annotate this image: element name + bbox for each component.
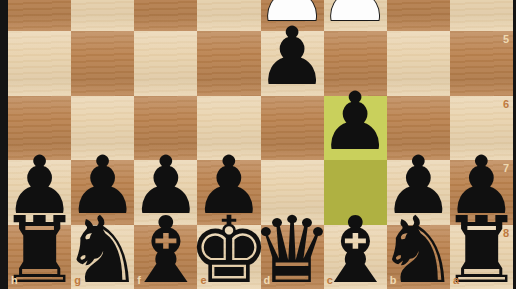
piece-black-pawn[interactable]: ♟ [261,25,324,90]
square-f5[interactable] [134,31,197,96]
coord-file-h: h [11,275,18,286]
square-h4[interactable] [8,0,71,31]
square-c6[interactable]: ♟ [324,96,387,161]
coord-file-g: g [74,275,81,286]
square-g4[interactable] [71,0,134,31]
coord-file-c: c [327,275,333,286]
square-b5[interactable] [387,31,450,96]
piece-black-pawn[interactable]: ♟ [324,90,387,155]
coord-file-a: a [453,275,459,286]
square-a4[interactable] [450,0,513,31]
square-d5[interactable]: ♟ [261,31,324,96]
square-f4[interactable] [134,0,197,31]
coord-file-b: b [390,275,397,286]
video-frame: ♟♟♟5♟6♟♟♟♟♟♟7♜h♞g♝f♚e♛d♝c♞b♜a8 [0,0,516,289]
coord-rank-6: 6 [503,99,509,110]
square-e4[interactable] [197,0,260,31]
letterbox-bar-left [0,0,8,289]
square-b4[interactable] [387,0,450,31]
chess-board[interactable]: ♟♟♟5♟6♟♟♟♟♟♟7♜h♞g♝f♚e♛d♝c♞b♜a8 [8,0,513,289]
coord-rank-5: 5 [503,34,509,45]
piece-white-pawn[interactable]: ♟ [324,0,387,25]
coord-rank-8: 8 [503,228,509,239]
coord-file-d: d [264,275,271,286]
square-e5[interactable] [197,31,260,96]
square-d6[interactable] [261,96,324,161]
coord-file-f: f [137,275,141,286]
square-g5[interactable] [71,31,134,96]
square-a8[interactable]: ♜a8 [450,225,513,289]
coord-rank-7: 7 [503,163,509,174]
square-h5[interactable] [8,31,71,96]
square-a5[interactable]: 5 [450,31,513,96]
coord-file-e: e [200,275,206,286]
square-c4[interactable]: ♟ [324,0,387,31]
